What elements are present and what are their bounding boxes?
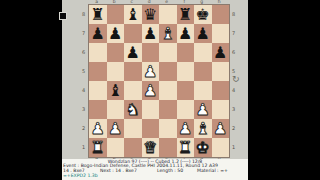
rank-label: 3	[230, 100, 237, 119]
square-g7[interactable]: ♟	[194, 24, 212, 43]
square-g4[interactable]	[194, 81, 212, 100]
square-d6[interactable]	[142, 43, 160, 62]
rank-labels-left: 87654321	[80, 5, 87, 157]
rank-label: 8	[80, 5, 87, 24]
square-c1[interactable]	[124, 138, 142, 157]
square-b4[interactable]: ♝	[107, 81, 125, 100]
square-e2[interactable]	[159, 119, 177, 138]
square-h6[interactable]: ♟	[212, 43, 230, 62]
square-g3[interactable]: ♟	[194, 100, 212, 119]
white-king[interactable]: ♚	[194, 138, 212, 157]
rank-label: 5	[80, 62, 87, 81]
square-d5[interactable]: ♟	[142, 62, 160, 81]
square-b6[interactable]	[107, 43, 125, 62]
rank-label: 6	[230, 43, 237, 62]
square-b8[interactable]	[107, 5, 125, 24]
side-to-move-indicator	[59, 12, 67, 20]
square-e5[interactable]	[159, 62, 177, 81]
square-c5[interactable]	[124, 62, 142, 81]
black-pawn[interactable]: ♟	[194, 24, 212, 43]
square-a3[interactable]	[89, 100, 107, 119]
square-e3[interactable]	[159, 100, 177, 119]
square-d2[interactable]	[142, 119, 160, 138]
chess-gui-panel: abcdefgh abcdefgh 87654321 87654321 ♜♝♛♜…	[62, 0, 248, 180]
white-pawn[interactable]: ♟	[194, 100, 212, 119]
square-c7[interactable]	[124, 24, 142, 43]
square-a2[interactable]: ♟	[89, 119, 107, 138]
square-f7[interactable]: ♟	[177, 24, 195, 43]
square-e8[interactable]	[159, 5, 177, 24]
square-d7[interactable]: ♟	[142, 24, 160, 43]
material-label: Material : =+	[197, 169, 243, 174]
square-f5[interactable]	[177, 62, 195, 81]
next-move-label: Next : 14 . Bxe7	[100, 169, 157, 174]
square-c4[interactable]	[124, 81, 142, 100]
white-pawn[interactable]: ♟	[142, 62, 160, 81]
black-queen[interactable]: ♛	[142, 5, 160, 24]
square-h5[interactable]	[212, 62, 230, 81]
black-rook[interactable]: ♜	[89, 5, 107, 24]
white-pawn[interactable]: ♟	[142, 81, 160, 100]
square-e7[interactable]: ♝	[159, 24, 177, 43]
black-pawn[interactable]: ♟	[107, 24, 125, 43]
square-c8[interactable]: ♝	[124, 5, 142, 24]
rank-label: 6	[80, 43, 87, 62]
black-pawn[interactable]: ♟	[177, 24, 195, 43]
square-e1[interactable]	[159, 138, 177, 157]
square-a5[interactable]	[89, 62, 107, 81]
white-pawn[interactable]: ♟	[212, 119, 230, 138]
square-f2[interactable]: ♟	[177, 119, 195, 138]
black-rook[interactable]: ♜	[177, 5, 195, 24]
black-pawn[interactable]: ♟	[89, 24, 107, 43]
chess-board[interactable]: ♜♝♛♜♚♟♟♟♝♟♟♟♟♟♝♟♞♟♟♟♟♝♟♜♛♜♚	[88, 4, 230, 158]
rank-label: 1	[80, 138, 87, 157]
black-pawn[interactable]: ♟	[212, 43, 230, 62]
square-d1[interactable]: ♛	[142, 138, 160, 157]
square-b3[interactable]	[107, 100, 125, 119]
square-d3[interactable]	[142, 100, 160, 119]
square-a4[interactable]	[89, 81, 107, 100]
square-g5[interactable]	[194, 62, 212, 81]
square-d4[interactable]: ♟	[142, 81, 160, 100]
square-a7[interactable]: ♟	[89, 24, 107, 43]
square-b7[interactable]: ♟	[107, 24, 125, 43]
rank-label: 7	[80, 24, 87, 43]
square-h4[interactable]	[212, 81, 230, 100]
square-h2[interactable]: ♟	[212, 119, 230, 138]
white-pawn[interactable]: ♟	[177, 119, 195, 138]
square-f4[interactable]	[177, 81, 195, 100]
rotate-board-icon[interactable]: ↻	[232, 74, 240, 84]
white-queen[interactable]: ♛	[142, 138, 160, 157]
square-a6[interactable]	[89, 43, 107, 62]
square-a1[interactable]: ♜	[89, 138, 107, 157]
black-pawn[interactable]: ♟	[142, 24, 160, 43]
white-rook[interactable]: ♜	[89, 138, 107, 157]
length-label: Length : 50	[157, 169, 197, 174]
white-bishop[interactable]: ♝	[159, 24, 177, 43]
white-knight[interactable]: ♞	[124, 100, 142, 119]
rank-label: 3	[80, 100, 87, 119]
square-c2[interactable]	[124, 119, 142, 138]
white-bishop[interactable]: ♝	[194, 119, 212, 138]
rank-label: 4	[80, 81, 87, 100]
white-pawn[interactable]: ♟	[107, 119, 125, 138]
square-c3[interactable]: ♞	[124, 100, 142, 119]
square-g1[interactable]: ♚	[194, 138, 212, 157]
square-e6[interactable]	[159, 43, 177, 62]
rank-label: 2	[80, 119, 87, 138]
square-c6[interactable]: ♟	[124, 43, 142, 62]
square-h8[interactable]	[212, 5, 230, 24]
white-rook[interactable]: ♜	[177, 138, 195, 157]
square-h1[interactable]	[212, 138, 230, 157]
square-e4[interactable]	[159, 81, 177, 100]
black-bishop[interactable]: ♝	[124, 5, 142, 24]
square-f8[interactable]: ♜	[177, 5, 195, 24]
rank-label: 8	[230, 5, 237, 24]
square-g6[interactable]	[194, 43, 212, 62]
square-b1[interactable]	[107, 138, 125, 157]
square-g8[interactable]: ♚	[194, 5, 212, 24]
square-b5[interactable]	[107, 62, 125, 81]
rank-label: 2	[230, 119, 237, 138]
rank-label: 7	[230, 24, 237, 43]
white-pawn[interactable]: ♟	[89, 119, 107, 138]
square-g2[interactable]: ♝	[194, 119, 212, 138]
square-f6[interactable]	[177, 43, 195, 62]
square-b2[interactable]: ♟	[107, 119, 125, 138]
game-info-caption: Wondzlan 97 (----) -- Cubed 1.2 (----) 1…	[62, 159, 248, 180]
square-h7[interactable]	[212, 24, 230, 43]
black-king[interactable]: ♚	[194, 5, 212, 24]
black-pawn[interactable]: ♟	[124, 43, 142, 62]
square-f1[interactable]: ♜	[177, 138, 195, 157]
rank-label: 1	[230, 138, 237, 157]
video-frame: abcdefgh abcdefgh 87654321 87654321 ♜♝♛♜…	[0, 0, 320, 180]
engine-link-line: =+EXPD2 1.3b	[63, 174, 247, 179]
square-f3[interactable]	[177, 100, 195, 119]
square-h3[interactable]	[212, 100, 230, 119]
black-bishop[interactable]: ♝	[107, 81, 125, 100]
square-d8[interactable]: ♛	[142, 5, 160, 24]
square-a8[interactable]: ♜	[89, 5, 107, 24]
